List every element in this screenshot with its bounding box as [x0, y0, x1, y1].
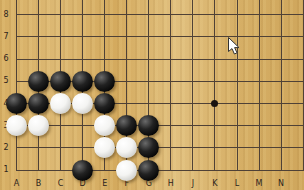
row-label: 7: [0, 32, 12, 42]
col-label: J: [186, 179, 200, 189]
col-label: N: [274, 179, 288, 189]
grid-line-vertical: [214, 0, 215, 171]
black-stone: [94, 71, 115, 92]
white-stone: [116, 160, 137, 181]
black-stone: [28, 71, 49, 92]
grid-line-horizontal: [16, 170, 304, 171]
black-stone: [50, 71, 71, 92]
row-label: 2: [0, 143, 12, 153]
black-stone: [116, 115, 137, 136]
white-stone: [116, 137, 137, 158]
grid-line-vertical: [281, 0, 282, 171]
black-stone: [72, 71, 93, 92]
black-stone: [72, 160, 93, 181]
white-stone: [6, 115, 27, 136]
col-label: M: [252, 179, 266, 189]
grid-line-horizontal: [16, 36, 304, 37]
col-label: B: [32, 179, 46, 189]
grid-line-horizontal: [16, 59, 304, 60]
grid-line-vertical: [303, 0, 304, 171]
go-board[interactable]: 87654321ABCDEFGHJKLMN: [0, 0, 304, 190]
mouse-cursor: [228, 37, 240, 55]
white-stone: [94, 115, 115, 136]
grid-line-vertical: [192, 0, 193, 171]
row-label: 1: [0, 165, 12, 175]
col-label: K: [208, 179, 222, 189]
black-stone: [28, 93, 49, 114]
grid-line-vertical: [237, 0, 238, 171]
black-stone: [138, 115, 159, 136]
grid-line-horizontal: [16, 147, 304, 148]
row-label: 8: [0, 10, 12, 20]
col-label: L: [230, 179, 244, 189]
white-stone: [50, 93, 71, 114]
grid-line-vertical: [170, 0, 171, 171]
white-stone: [94, 137, 115, 158]
row-label: 6: [0, 54, 12, 64]
col-label: C: [54, 179, 68, 189]
row-label: 5: [0, 76, 12, 86]
white-stone: [28, 115, 49, 136]
black-stone: [94, 93, 115, 114]
grid-line-vertical: [16, 0, 17, 171]
col-label: E: [98, 179, 112, 189]
star-point: [211, 100, 218, 107]
grid-line-vertical: [259, 0, 260, 171]
white-stone: [72, 93, 93, 114]
black-stone: [138, 160, 159, 181]
black-stone: [138, 137, 159, 158]
col-label: H: [164, 179, 178, 189]
col-label: A: [10, 179, 24, 189]
black-stone: [6, 93, 27, 114]
grid-line-horizontal: [16, 14, 304, 15]
grid-line-horizontal: [16, 125, 304, 126]
